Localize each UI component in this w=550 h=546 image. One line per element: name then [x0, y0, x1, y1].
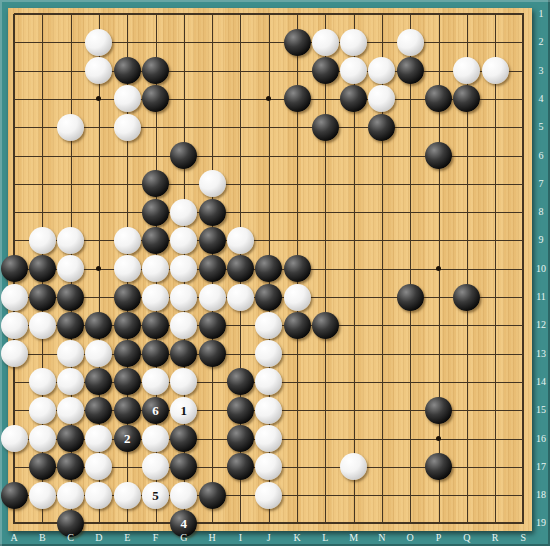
white-stone — [142, 255, 169, 282]
white-stone — [114, 227, 141, 254]
black-stone — [255, 255, 282, 282]
column-label: Q — [463, 533, 470, 543]
black-stone — [29, 284, 56, 311]
white-stone — [85, 453, 112, 480]
white-stone — [170, 199, 197, 226]
black-stone — [199, 482, 226, 509]
white-stone — [170, 312, 197, 339]
black-stone — [199, 255, 226, 282]
black-stone — [142, 227, 169, 254]
black-stone — [142, 340, 169, 367]
black-stone — [142, 57, 169, 84]
black-stone — [397, 57, 424, 84]
white-stone — [255, 368, 282, 395]
column-label: R — [492, 533, 499, 543]
row-label: 16 — [536, 434, 546, 444]
white-stone — [29, 397, 56, 424]
white-stone — [57, 114, 84, 141]
black-stone — [255, 284, 282, 311]
row-label: 2 — [539, 37, 544, 47]
black-stone — [142, 199, 169, 226]
black-stone: 6 — [142, 397, 169, 424]
star-point — [266, 96, 271, 101]
column-label: B — [39, 533, 46, 543]
row-label: 11 — [536, 292, 546, 302]
grid-line-horizontal — [14, 522, 524, 524]
black-stone — [170, 340, 197, 367]
column-label: A — [10, 533, 17, 543]
black-stone — [312, 312, 339, 339]
white-stone — [340, 57, 367, 84]
move-number-label: 4 — [181, 517, 188, 530]
black-stone — [312, 114, 339, 141]
white-stone — [255, 397, 282, 424]
black-stone — [199, 312, 226, 339]
black-stone — [397, 284, 424, 311]
white-stone: 1 — [170, 397, 197, 424]
black-stone — [453, 85, 480, 112]
white-stone — [1, 284, 28, 311]
black-stone — [227, 453, 254, 480]
column-label: N — [378, 533, 385, 543]
black-stone — [425, 397, 452, 424]
black-stone — [57, 510, 84, 537]
black-stone — [368, 114, 395, 141]
black-stone — [227, 425, 254, 452]
column-label: J — [267, 533, 271, 543]
grid-line-vertical — [325, 14, 326, 524]
row-label: 3 — [539, 66, 544, 76]
column-label: S — [521, 533, 527, 543]
black-stone — [199, 199, 226, 226]
white-stone — [142, 453, 169, 480]
row-label: 5 — [539, 122, 544, 132]
row-label: 4 — [539, 94, 544, 104]
row-label: 8 — [539, 207, 544, 217]
white-stone — [170, 368, 197, 395]
move-number-label: 1 — [181, 404, 188, 417]
black-stone — [142, 312, 169, 339]
black-stone — [425, 453, 452, 480]
black-stone — [227, 255, 254, 282]
black-stone — [57, 312, 84, 339]
black-stone — [114, 397, 141, 424]
row-label: 19 — [536, 518, 546, 528]
white-stone — [85, 425, 112, 452]
white-stone — [170, 284, 197, 311]
black-stone — [114, 57, 141, 84]
column-label: L — [322, 533, 328, 543]
white-stone — [85, 57, 112, 84]
white-stone — [170, 255, 197, 282]
white-stone — [368, 85, 395, 112]
row-label: 17 — [536, 462, 546, 472]
white-stone — [114, 255, 141, 282]
white-stone — [199, 284, 226, 311]
white-stone — [85, 340, 112, 367]
star-point — [436, 266, 441, 271]
white-stone — [227, 227, 254, 254]
move-number-label: 2 — [124, 432, 131, 445]
white-stone — [57, 255, 84, 282]
black-stone — [425, 85, 452, 112]
white-stone — [85, 29, 112, 56]
white-stone — [142, 368, 169, 395]
white-stone — [199, 170, 226, 197]
star-point — [96, 96, 101, 101]
white-stone — [368, 57, 395, 84]
row-label: 18 — [536, 490, 546, 500]
white-stone — [284, 284, 311, 311]
white-stone — [57, 397, 84, 424]
move-number-label: 5 — [152, 489, 159, 502]
black-stone — [340, 85, 367, 112]
black-stone — [425, 142, 452, 169]
white-stone — [57, 227, 84, 254]
black-stone — [170, 425, 197, 452]
row-label: 15 — [536, 405, 546, 415]
black-stone — [170, 453, 197, 480]
black-stone — [85, 397, 112, 424]
white-stone — [312, 29, 339, 56]
white-stone — [142, 284, 169, 311]
goban[interactable]: 61254 — [8, 8, 532, 531]
move-number-label: 6 — [152, 404, 159, 417]
column-label: M — [349, 533, 358, 543]
white-stone — [57, 482, 84, 509]
white-stone — [170, 227, 197, 254]
black-stone — [1, 255, 28, 282]
black-stone — [284, 85, 311, 112]
black-stone — [57, 453, 84, 480]
column-label: K — [293, 533, 300, 543]
white-stone — [397, 29, 424, 56]
black-stone — [284, 255, 311, 282]
black-stone — [114, 312, 141, 339]
white-stone — [255, 453, 282, 480]
white-stone — [227, 284, 254, 311]
white-stone — [114, 482, 141, 509]
white-stone — [340, 29, 367, 56]
white-stone — [57, 368, 84, 395]
black-stone — [227, 397, 254, 424]
column-label: H — [208, 533, 215, 543]
white-stone — [1, 312, 28, 339]
column-label: P — [436, 533, 442, 543]
white-stone — [1, 425, 28, 452]
black-stone — [114, 368, 141, 395]
row-label: 14 — [536, 377, 546, 387]
black-stone — [1, 482, 28, 509]
go-client-window: 61254 ABCDEFGHIJKLMNOPQRS123456789101112… — [0, 0, 550, 546]
white-stone — [255, 425, 282, 452]
row-label: 6 — [539, 151, 544, 161]
row-label: 1 — [539, 9, 544, 19]
black-stone — [227, 368, 254, 395]
column-label: O — [407, 533, 414, 543]
row-label: 9 — [539, 235, 544, 245]
row-label: 12 — [536, 320, 546, 330]
white-stone — [1, 340, 28, 367]
white-stone — [142, 425, 169, 452]
white-stone — [114, 85, 141, 112]
black-stone: 2 — [114, 425, 141, 452]
white-stone — [29, 368, 56, 395]
column-label: I — [239, 533, 242, 543]
black-stone — [57, 284, 84, 311]
white-stone — [114, 114, 141, 141]
white-stone — [340, 453, 367, 480]
black-stone — [85, 312, 112, 339]
star-point — [96, 266, 101, 271]
grid-line-vertical — [522, 14, 524, 524]
column-label: E — [124, 533, 130, 543]
grid-line-vertical — [495, 14, 496, 524]
white-stone — [255, 482, 282, 509]
white-stone — [453, 57, 480, 84]
black-stone — [199, 340, 226, 367]
black-stone — [114, 340, 141, 367]
white-stone — [29, 482, 56, 509]
white-stone — [29, 312, 56, 339]
black-stone — [114, 284, 141, 311]
black-stone — [312, 57, 339, 84]
white-stone — [29, 425, 56, 452]
white-stone — [29, 227, 56, 254]
row-label: 7 — [539, 179, 544, 189]
row-label: 13 — [536, 349, 546, 359]
white-stone: 5 — [142, 482, 169, 509]
column-label: D — [95, 533, 102, 543]
black-stone — [284, 312, 311, 339]
star-point — [436, 436, 441, 441]
white-stone — [85, 482, 112, 509]
white-stone — [170, 482, 197, 509]
white-stone — [255, 340, 282, 367]
black-stone — [142, 170, 169, 197]
black-stone — [85, 368, 112, 395]
grid-line-vertical — [410, 14, 411, 524]
white-stone — [255, 312, 282, 339]
black-stone — [284, 29, 311, 56]
black-stone: 4 — [170, 510, 197, 537]
black-stone — [170, 142, 197, 169]
black-stone — [142, 85, 169, 112]
white-stone — [57, 340, 84, 367]
black-stone — [29, 255, 56, 282]
column-label: F — [153, 533, 159, 543]
black-stone — [57, 425, 84, 452]
black-stone — [453, 284, 480, 311]
black-stone — [29, 453, 56, 480]
row-label: 10 — [536, 264, 546, 274]
black-stone — [199, 227, 226, 254]
white-stone — [482, 57, 509, 84]
